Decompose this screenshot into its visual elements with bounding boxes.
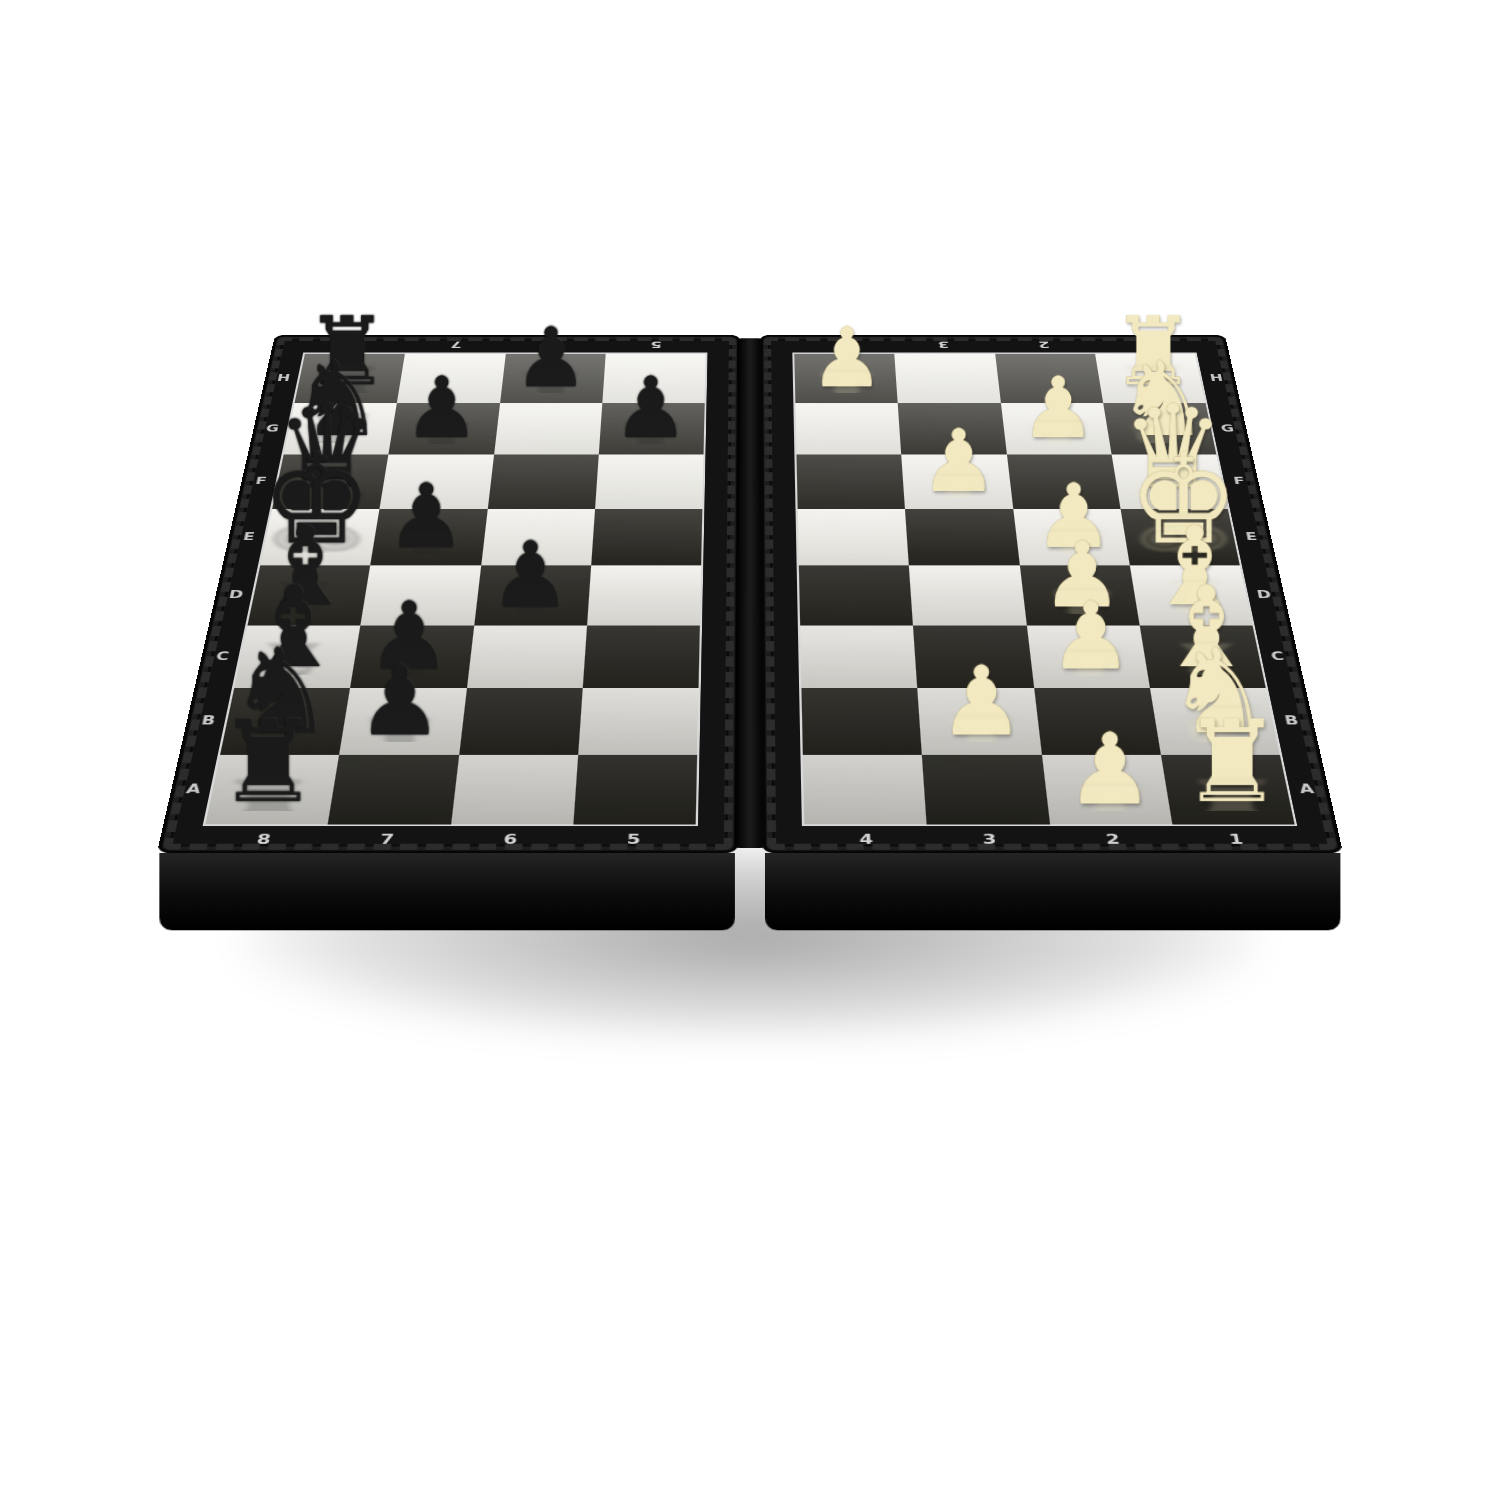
pieces-right-half: ♟♟♟♟♟♟♟♟♟♟♟♟♟♟♟♟♜♜♞♞♛♛♚♚♝♝♝♝♞♞♜♜ [794, 354, 1294, 825]
rank-label-1: 1 [1173, 829, 1300, 851]
pawn-reflection: ♟ [514, 364, 588, 405]
rook-reflection: ♜ [1182, 770, 1284, 827]
rank-labels-near-left: 8765 [200, 829, 696, 851]
rank-label-5: 5 [571, 829, 695, 851]
pawn-reflection: ♟ [810, 364, 884, 405]
pawn-reflection: ♟ [938, 709, 1024, 757]
pieces-left-half: ♜♜♞♞♛♛♚♚♝♝♝♝♞♞♜♜♟♟♟♟♟♟♟♟♟♟♟♟♟♟ [205, 354, 705, 825]
board-left-half-ranks-8-to-5: HGFEDCBA 8765 8765 ♜♜♞♞♛♛♚♚♝♝♝♝♞♞♜♜♟♟♟♟♟… [157, 335, 740, 853]
pawn-reflection: ♟ [1066, 778, 1154, 827]
rank-label-7: 7 [324, 829, 450, 851]
rank-label-4: 4 [804, 829, 928, 851]
rook-reflection: ♜ [217, 770, 319, 827]
rank-label-3: 3 [927, 829, 1052, 851]
pawn-reflection: ♟ [357, 709, 443, 757]
rank-label-2: 2 [993, 337, 1095, 351]
pawn-reflection: ♟ [404, 415, 480, 457]
rank-label-7: 7 [406, 337, 508, 351]
rank-label-6: 6 [447, 829, 572, 851]
pawn-reflection: ♟ [490, 582, 572, 627]
pawn-reflection: ♟ [613, 415, 689, 457]
rank-label-2: 2 [1050, 829, 1176, 851]
rank-label-8: 8 [200, 829, 327, 851]
board-right-half-ranks-4-to-1: HGFEDCBA 4321 4321 ♟♟♟♟♟♟♟♟♟♟♟♟♟♟♟♟♜♜♞♞♛… [760, 335, 1343, 853]
pawn-reflection: ♟ [1021, 415, 1097, 457]
product-photo-scene: HGFEDCBA 8765 8765 ♜♜♞♞♛♛♚♚♝♝♝♝♞♞♜♜♟♟♟♟♟… [0, 0, 1500, 1500]
rank-labels-near-right: 4321 [804, 829, 1300, 851]
pawn-reflection: ♟ [920, 468, 998, 511]
board-case-side [159, 853, 735, 930]
rank-label-5: 5 [606, 337, 706, 351]
board-case-side [765, 853, 1341, 930]
rank-label-3: 3 [893, 337, 994, 351]
folding-chessboard: HGFEDCBA 8765 8765 ♜♜♞♞♛♛♚♚♝♝♝♝♞♞♜♜♟♟♟♟♟… [157, 335, 1343, 853]
pawn-reflection: ♟ [1049, 644, 1133, 691]
pawn-reflection: ♟ [386, 524, 466, 568]
